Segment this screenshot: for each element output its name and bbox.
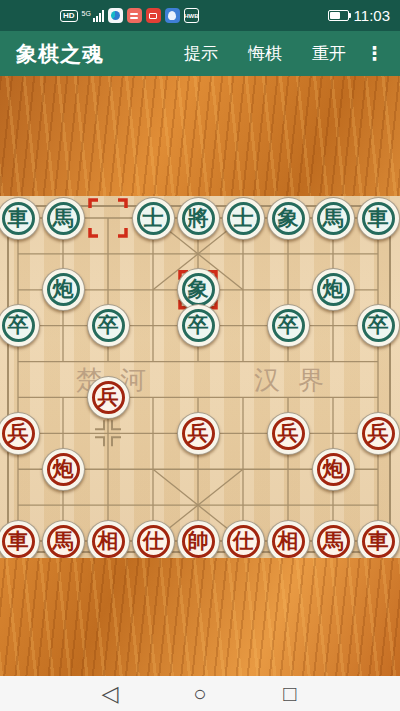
piece-ring: 車	[2, 202, 35, 235]
piece-ring: 馬	[317, 202, 350, 235]
piece-ring: 將	[182, 202, 215, 235]
overflow-menu-icon[interactable]: ⋮	[361, 36, 392, 71]
piece-glyph: 炮	[323, 459, 344, 480]
piece-red-仕[interactable]: 仕	[132, 520, 175, 559]
piece-ring: 相	[92, 525, 125, 558]
piece-glyph: 兵	[368, 423, 389, 444]
app-menu: 提示 悔棋 重开 ⋮	[169, 34, 392, 73]
notes-icon	[127, 8, 142, 23]
browser-icon	[108, 8, 123, 23]
piece-red-馬[interactable]: 馬	[312, 520, 355, 559]
piece-red-相[interactable]: 相	[87, 520, 130, 559]
piece-ring: 士	[227, 202, 260, 235]
piece-glyph: 馬	[323, 208, 344, 229]
piece-glyph: 馬	[323, 531, 344, 552]
piece-red-兵[interactable]: 兵	[0, 412, 40, 455]
piece-ring: 卒	[272, 309, 305, 342]
piece-red-仕[interactable]: 仕	[222, 520, 265, 559]
piece-red-帥[interactable]: 帥	[177, 520, 220, 559]
piece-glyph: 兵	[188, 423, 209, 444]
board-grid	[0, 196, 400, 558]
piece-glyph: 相	[98, 531, 119, 552]
piece-black-卒[interactable]: 卒	[87, 304, 130, 347]
piece-ring: 卒	[362, 309, 395, 342]
status-left-icons: HD 5G HWB	[60, 8, 199, 23]
piece-glyph: 帥	[188, 531, 209, 552]
piece-black-卒[interactable]: 卒	[267, 304, 310, 347]
piece-ring: 車	[362, 525, 395, 558]
piece-black-卒[interactable]: 卒	[0, 304, 40, 347]
piece-red-炮[interactable]: 炮	[42, 448, 85, 491]
piece-ring: 馬	[317, 525, 350, 558]
piece-red-車[interactable]: 車	[357, 520, 400, 559]
piece-ring: 炮	[317, 453, 350, 486]
piece-ring: 兵	[2, 417, 35, 450]
piece-red-兵[interactable]: 兵	[267, 412, 310, 455]
piece-black-士[interactable]: 士	[222, 197, 265, 240]
clock: 11:03	[354, 7, 390, 24]
piece-black-炮[interactable]: 炮	[42, 268, 85, 311]
piece-glyph: 相	[278, 531, 299, 552]
piece-ring: 象	[272, 202, 305, 235]
piece-ring: 卒	[92, 309, 125, 342]
piece-glyph: 炮	[323, 279, 344, 300]
piece-black-士[interactable]: 士	[132, 197, 175, 240]
piece-glyph: 士	[143, 208, 164, 229]
piece-ring: 相	[272, 525, 305, 558]
piece-ring: 卒	[2, 309, 35, 342]
piece-glyph: 仕	[233, 531, 254, 552]
piece-glyph: 兵	[278, 423, 299, 444]
piece-black-馬[interactable]: 馬	[42, 197, 85, 240]
piece-glyph: 兵	[8, 423, 29, 444]
video-icon	[146, 8, 161, 23]
piece-glyph: 卒	[98, 315, 119, 336]
piece-red-相[interactable]: 相	[267, 520, 310, 559]
piece-red-炮[interactable]: 炮	[312, 448, 355, 491]
piece-ring: 車	[2, 525, 35, 558]
nav-recents-icon[interactable]: □	[276, 683, 304, 705]
hint-button[interactable]: 提示	[169, 34, 233, 73]
security-shield-icon	[165, 8, 180, 23]
piece-ring: 馬	[47, 525, 80, 558]
piece-black-將[interactable]: 將	[177, 197, 220, 240]
piece-red-兵[interactable]: 兵	[357, 412, 400, 455]
piece-ring: 仕	[137, 525, 170, 558]
piece-glyph: 卒	[278, 315, 299, 336]
piece-ring: 炮	[47, 273, 80, 306]
piece-glyph: 卒	[8, 315, 29, 336]
undo-button[interactable]: 悔棋	[233, 34, 297, 73]
piece-glyph: 仕	[143, 531, 164, 552]
piece-ring: 兵	[362, 417, 395, 450]
piece-glyph: 馬	[53, 208, 74, 229]
piece-ring: 馬	[47, 202, 80, 235]
piece-ring: 炮	[47, 453, 80, 486]
hd-badge: HD	[60, 10, 78, 22]
piece-ring: 象	[182, 273, 215, 306]
piece-black-卒[interactable]: 卒	[357, 304, 400, 347]
piece-glyph: 馬	[53, 531, 74, 552]
signal-icon: 5G	[82, 10, 104, 22]
piece-black-車[interactable]: 車	[357, 197, 400, 240]
piece-ring: 仕	[227, 525, 260, 558]
piece-black-車[interactable]: 車	[0, 197, 40, 240]
restart-button[interactable]: 重开	[297, 34, 361, 73]
piece-ring: 帥	[182, 525, 215, 558]
nav-back-icon[interactable]: ◁	[96, 683, 124, 705]
hwb-pill-icon: HWB	[184, 8, 199, 23]
piece-glyph: 卒	[188, 315, 209, 336]
piece-black-馬[interactable]: 馬	[312, 197, 355, 240]
piece-glyph: 象	[278, 208, 299, 229]
piece-ring: 兵	[182, 417, 215, 450]
xiangqi-board[interactable]: 楚河 汉界 車馬士將士象馬車炮象炮卒卒卒卒卒兵兵兵兵兵炮炮車馬相仕帥仕相馬車	[0, 196, 400, 558]
piece-black-象[interactable]: 象	[267, 197, 310, 240]
piece-glyph: 將	[188, 208, 209, 229]
piece-red-兵[interactable]: 兵	[177, 412, 220, 455]
nav-home-icon[interactable]: ○	[186, 683, 214, 705]
piece-black-炮[interactable]: 炮	[312, 268, 355, 311]
piece-red-馬[interactable]: 馬	[42, 520, 85, 559]
piece-glyph: 車	[368, 208, 389, 229]
piece-red-兵[interactable]: 兵	[87, 376, 130, 419]
piece-glyph: 車	[368, 531, 389, 552]
piece-glyph: 兵	[98, 387, 119, 408]
piece-ring: 炮	[317, 273, 350, 306]
piece-glyph: 象	[188, 279, 209, 300]
battery-icon	[328, 10, 349, 21]
piece-red-車[interactable]: 車	[0, 520, 40, 559]
piece-ring: 兵	[272, 417, 305, 450]
piece-ring: 兵	[92, 381, 125, 414]
android-nav-bar: ◁ ○ □	[0, 676, 400, 711]
piece-glyph: 炮	[53, 279, 74, 300]
piece-glyph: 車	[8, 208, 29, 229]
piece-ring: 士	[137, 202, 170, 235]
piece-ring: 車	[362, 202, 395, 235]
piece-glyph: 士	[233, 208, 254, 229]
status-bar: HD 5G HWB 11:03	[0, 0, 400, 31]
piece-black-卒[interactable]: 卒	[177, 304, 220, 347]
piece-glyph: 卒	[368, 315, 389, 336]
piece-glyph: 車	[8, 531, 29, 552]
piece-glyph: 炮	[53, 459, 74, 480]
app-bar: 象棋之魂 提示 悔棋 重开 ⋮	[0, 31, 400, 76]
piece-ring: 卒	[182, 309, 215, 342]
app-title: 象棋之魂	[16, 40, 104, 68]
